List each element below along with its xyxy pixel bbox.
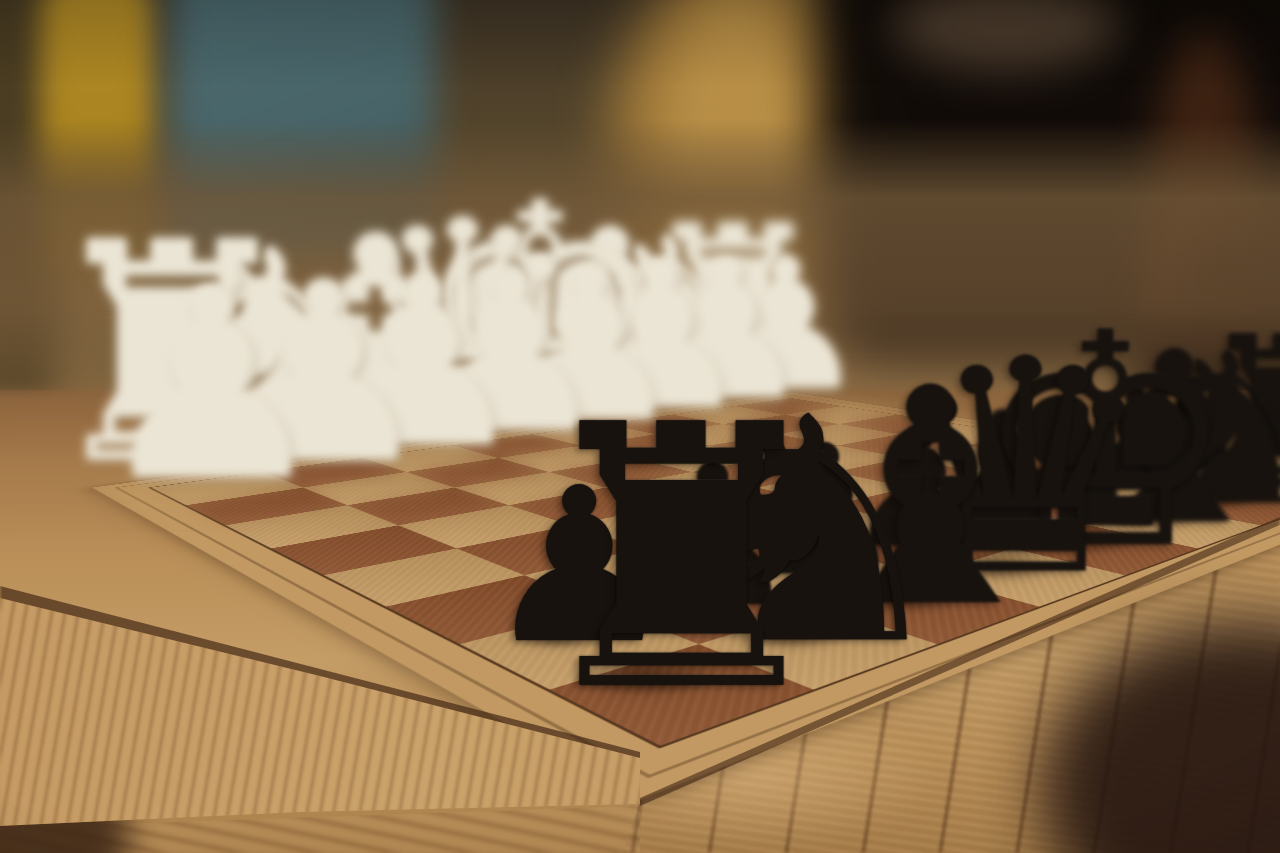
black-rook-a8[interactable]: ♜	[519, 378, 844, 740]
white-pawn-a2[interactable]: ♟	[94, 253, 330, 517]
pieces-layer: ♜♞♝♛♚♝♞♜♟♟♟♟♟♟♟♟♜♞♝♛♚♝♞♜♟♟♟♟♟♟♟♟	[0, 0, 1280, 853]
chess-photo-scene: ♜♞♝♛♚♝♞♜♟♟♟♟♟♟♟♟♜♞♝♛♚♝♞♜♟♟♟♟♟♟♟♟	[0, 0, 1280, 853]
